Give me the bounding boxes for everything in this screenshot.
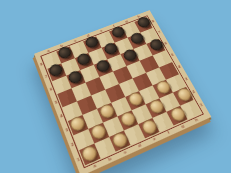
light-checker-c3[interactable]	[98, 102, 116, 119]
light-checker-a3[interactable]	[68, 115, 86, 133]
light-checker-c1[interactable]	[111, 131, 130, 150]
photo-background: aabbccddeeffgghh8877665544332211	[0, 0, 231, 173]
light-checker-f2[interactable]	[147, 98, 165, 115]
checkers-board: aabbccddeeffgghh8877665544332211	[34, 10, 211, 173]
light-checker-h2[interactable]	[175, 86, 193, 103]
board-perspective-wrapper: aabbccddeeffgghh8877665544332211	[34, 10, 211, 173]
light-checker-e3[interactable]	[127, 91, 145, 108]
light-checker-a1[interactable]	[80, 144, 99, 163]
light-checker-g1[interactable]	[169, 105, 188, 123]
light-checker-b2[interactable]	[89, 123, 107, 141]
light-checker-e1[interactable]	[140, 118, 159, 136]
light-checker-d2[interactable]	[119, 110, 137, 128]
